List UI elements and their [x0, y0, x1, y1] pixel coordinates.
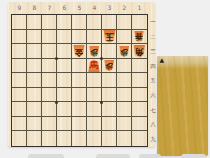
cutoff-button[interactable]	[139, 154, 161, 158]
piece-kanji: 歩	[105, 60, 113, 71]
rank-label-1: 一	[150, 16, 156, 31]
piece-kanji: 金	[75, 45, 84, 57]
file-label-6: 6	[57, 3, 72, 13]
piece-pawn-2-3[interactable]: 歩	[119, 46, 130, 58]
tsume-shogi-widget: 987654321 一二三四五六七八九 玉香金歩歩角馬歩 ▲	[0, 0, 210, 158]
piece-kanji: 歩	[90, 46, 98, 57]
file-label-1: 1	[132, 3, 147, 13]
piece-kanji: 馬	[90, 59, 99, 72]
file-label-4: 4	[87, 3, 102, 13]
piece-kanji: 角	[135, 45, 144, 58]
rank-label-5: 五	[150, 74, 156, 89]
rank-label-4: 四	[150, 59, 156, 74]
rank-label-9: 九	[150, 132, 156, 147]
file-label-2: 2	[117, 3, 132, 13]
file-label-9: 9	[12, 3, 27, 13]
piece-promoted-bishop-4-4[interactable]: 馬	[88, 59, 101, 72]
hoshi-dot	[55, 101, 58, 104]
rank-labels: 一二三四五六七八九	[150, 16, 156, 147]
file-label-3: 3	[102, 3, 117, 13]
komadai-header: ▲	[157, 56, 208, 69]
rank-label-6: 六	[150, 88, 156, 103]
piece-king-3-2[interactable]: 玉	[103, 30, 116, 43]
piece-lance-1-2[interactable]: 香	[134, 31, 144, 43]
file-label-5: 5	[72, 3, 87, 13]
piece-gold-5-3[interactable]: 金	[73, 45, 85, 58]
piece-pawn-4-3[interactable]: 歩	[89, 46, 100, 58]
piece-kanji: 香	[135, 31, 143, 42]
piece-bishop-1-3[interactable]: 角	[133, 45, 146, 58]
cutoff-button[interactable]	[181, 154, 206, 158]
pieces-layer: 玉香金歩歩角馬歩	[12, 15, 147, 146]
piece-kanji: 歩	[120, 46, 128, 57]
piece-pawn-3-4[interactable]: 歩	[104, 60, 115, 72]
shogi-board: 987654321 一二三四五六七八九 玉香金歩歩角馬歩	[8, 2, 155, 147]
komadai: ▲	[157, 56, 208, 156]
file-labels: 987654321	[12, 3, 147, 13]
board-grid: 玉香金歩歩角馬歩	[11, 14, 148, 147]
file-label-7: 7	[42, 3, 57, 13]
rank-label-8: 八	[150, 117, 156, 132]
sente-marker-icon: ▲	[160, 57, 165, 63]
cutoff-button[interactable]	[96, 154, 130, 158]
rank-label-2: 二	[150, 30, 156, 45]
piece-kanji: 玉	[105, 30, 114, 43]
rank-label-7: 七	[150, 103, 156, 118]
rank-label-3: 三	[150, 45, 156, 60]
file-label-8: 8	[27, 3, 42, 13]
cutoff-button[interactable]	[28, 154, 64, 158]
hoshi-dot	[100, 101, 103, 104]
